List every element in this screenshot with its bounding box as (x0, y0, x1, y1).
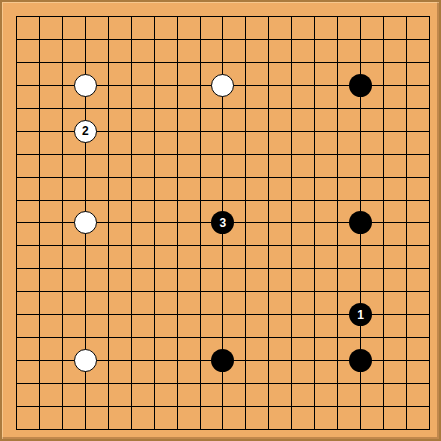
stone-black-Q4 (349, 349, 372, 372)
stone-black-Q10 (349, 211, 372, 234)
stone-white-D4 (74, 349, 97, 372)
move-number-label: 3 (220, 217, 227, 229)
go-board[interactable]: 231 (0, 0, 441, 441)
stone-black-Q6: 1 (349, 303, 372, 326)
stone-white-D16 (74, 74, 97, 97)
stone-white-K16 (211, 74, 234, 97)
stone-white-D10 (74, 211, 97, 234)
stone-black-K4 (211, 349, 234, 372)
stones-layer: 231 (5, 5, 441, 441)
stone-black-K10: 3 (211, 211, 234, 234)
stone-white-D14: 2 (74, 120, 97, 143)
move-number-label: 2 (82, 125, 89, 137)
stone-black-Q16 (349, 74, 372, 97)
go-diagram: 231 (0, 0, 441, 441)
move-number-label: 1 (357, 309, 364, 321)
